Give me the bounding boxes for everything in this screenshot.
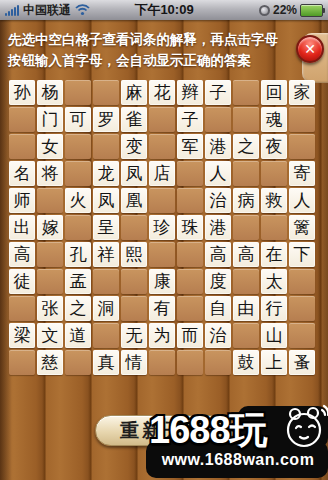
grid-cell-letter[interactable]: 龙 bbox=[93, 161, 119, 186]
grid-cell-letter[interactable]: 太 bbox=[261, 269, 287, 294]
grid-cell-blocked bbox=[65, 161, 91, 186]
status-bar: 中国联通 下午10:09 22% bbox=[0, 0, 328, 20]
grid-cell-letter[interactable]: 治 bbox=[205, 188, 231, 213]
grid-cell-blocked bbox=[233, 323, 259, 348]
grid-cell-blocked bbox=[149, 350, 175, 375]
grid-cell-blocked bbox=[149, 188, 175, 213]
watermark-brand-text: 1688玩 bbox=[149, 405, 269, 456]
grid-cell-blocked bbox=[149, 134, 175, 159]
grid-cell-letter[interactable]: 人 bbox=[289, 188, 315, 213]
grid-cell-letter[interactable]: 之 bbox=[233, 134, 259, 159]
grid-cell-letter[interactable]: 女 bbox=[37, 134, 63, 159]
grid-cell-blocked bbox=[233, 80, 259, 105]
grid-cell-blocked bbox=[233, 161, 259, 186]
grid-cell-letter[interactable]: 师 bbox=[9, 188, 35, 213]
grid-cell-letter[interactable]: 罗 bbox=[93, 107, 119, 132]
close-icon: ✕ bbox=[304, 41, 316, 57]
grid-cell-letter[interactable]: 慈 bbox=[37, 350, 63, 375]
grid-cell-blocked bbox=[289, 134, 315, 159]
grid-cell-letter[interactable]: 高 bbox=[205, 242, 231, 267]
grid-cell-letter[interactable]: 下 bbox=[289, 242, 315, 267]
grid-cell-blocked bbox=[93, 323, 119, 348]
grid-cell-blocked bbox=[37, 242, 63, 267]
grid-cell-letter[interactable]: 夜 bbox=[261, 134, 287, 159]
grid-cell-blocked bbox=[177, 161, 203, 186]
grid-cell-letter[interactable]: 珍 bbox=[149, 215, 175, 240]
grid-cell-letter[interactable]: 出 bbox=[9, 215, 35, 240]
grid-cell-letter[interactable]: 熙 bbox=[121, 242, 147, 267]
rotation-lock-icon bbox=[259, 5, 270, 16]
grid-cell-letter[interactable]: 鼓 bbox=[233, 350, 259, 375]
grid-cell-blocked bbox=[37, 269, 63, 294]
grid-cell-blocked bbox=[233, 215, 259, 240]
grid-cell-letter[interactable]: 梁 bbox=[9, 323, 35, 348]
grid-cell-letter[interactable]: 张 bbox=[37, 296, 63, 321]
grid-cell-letter[interactable]: 花 bbox=[149, 80, 175, 105]
grid-cell-blocked bbox=[177, 188, 203, 213]
grid-cell-blocked bbox=[121, 296, 147, 321]
grid-cell-letter[interactable]: 杨 bbox=[37, 80, 63, 105]
grid-cell-blocked bbox=[37, 188, 63, 213]
grid-cell-letter[interactable]: 情 bbox=[121, 350, 147, 375]
grid-cell-letter[interactable]: 自 bbox=[205, 296, 231, 321]
grid-cell-blocked bbox=[205, 107, 231, 132]
grid-cell-letter[interactable]: 道 bbox=[65, 323, 91, 348]
grid-cell-letter[interactable]: 寄 bbox=[289, 161, 315, 186]
grid-cell-blocked bbox=[289, 323, 315, 348]
grid-cell-letter[interactable]: 港 bbox=[205, 134, 231, 159]
grid-cell-letter[interactable]: 可 bbox=[65, 107, 91, 132]
grid-cell-letter[interactable]: 蚤 bbox=[289, 350, 315, 375]
grid-cell-letter[interactable]: 辫 bbox=[177, 80, 203, 105]
grid-cell-letter[interactable]: 店 bbox=[149, 161, 175, 186]
grid-cell-letter[interactable]: 魂 bbox=[261, 107, 287, 132]
grid-cell-blocked bbox=[9, 107, 35, 132]
grid-cell-letter[interactable]: 高 bbox=[9, 242, 35, 267]
grid-cell-letter[interactable]: 无 bbox=[121, 323, 147, 348]
grid-cell-blocked bbox=[289, 296, 315, 321]
grid-cell-letter[interactable]: 军 bbox=[177, 134, 203, 159]
grid-cell-letter[interactable]: 凰 bbox=[121, 188, 147, 213]
grid-cell-blocked bbox=[121, 215, 147, 240]
battery-icon bbox=[300, 4, 323, 17]
grid-cell-letter[interactable]: 在 bbox=[261, 242, 287, 267]
grid-cell-letter[interactable]: 孙 bbox=[9, 80, 35, 105]
grid-cell-blocked bbox=[205, 350, 231, 375]
grid-cell-blocked bbox=[65, 80, 91, 105]
grid-cell-blocked bbox=[261, 161, 287, 186]
grid-cell-letter[interactable]: 回 bbox=[261, 80, 287, 105]
grid-cell-letter[interactable]: 孔 bbox=[65, 242, 91, 267]
grid-cell-blocked bbox=[289, 107, 315, 132]
grid-cell-letter[interactable]: 呈 bbox=[93, 215, 119, 240]
grid-cell-letter[interactable]: 火 bbox=[65, 188, 91, 213]
grid-cell-letter[interactable]: 变 bbox=[121, 134, 147, 159]
grid-cell-blocked bbox=[149, 242, 175, 267]
grid-cell-letter[interactable]: 凤 bbox=[93, 188, 119, 213]
panda-logo-icon bbox=[282, 404, 328, 452]
grid-cell-blocked bbox=[177, 350, 203, 375]
battery-percent-label: 22% bbox=[273, 3, 297, 17]
grid-cell-blocked bbox=[289, 269, 315, 294]
app-screen: 中国联通 下午10:09 22% 先选中空白格子查看词条的解释，再点击字母 按钮… bbox=[0, 0, 328, 480]
grid-cell-letter[interactable]: 孟 bbox=[65, 269, 91, 294]
grid-cell-letter[interactable]: 治 bbox=[205, 323, 231, 348]
grid-cell-letter[interactable]: 度 bbox=[205, 269, 231, 294]
grid-cell-letter[interactable]: 祥 bbox=[93, 242, 119, 267]
grid-cell-blocked bbox=[121, 269, 147, 294]
grid-cell-letter[interactable]: 珠 bbox=[177, 215, 203, 240]
grid-cell-blocked bbox=[177, 269, 203, 294]
grid-cell-letter[interactable]: 由 bbox=[233, 296, 259, 321]
grid-cell-letter[interactable]: 篱 bbox=[289, 215, 315, 240]
grid-cell-letter[interactable]: 子 bbox=[177, 107, 203, 132]
grid-cell-letter[interactable]: 而 bbox=[177, 323, 203, 348]
grid-cell-letter[interactable]: 名 bbox=[9, 161, 35, 186]
close-button[interactable]: ✕ bbox=[296, 35, 324, 63]
grid-cell-letter[interactable]: 雀 bbox=[121, 107, 147, 132]
instructions-line1: 先选中空白格子查看词条的解释，再点击字母 bbox=[8, 29, 304, 50]
grid-cell-letter[interactable]: 将 bbox=[37, 161, 63, 186]
grid-cell-blocked bbox=[93, 269, 119, 294]
grid-cell-blocked bbox=[233, 107, 259, 132]
grid-cell-letter[interactable]: 上 bbox=[261, 350, 287, 375]
grid-cell-letter[interactable]: 有 bbox=[149, 296, 175, 321]
grid-cell-letter[interactable]: 凤 bbox=[121, 161, 147, 186]
grid-cell-blocked bbox=[65, 134, 91, 159]
grid-cell-blocked bbox=[93, 134, 119, 159]
grid-cell-letter[interactable]: 港 bbox=[205, 215, 231, 240]
grid-cell-letter[interactable]: 洞 bbox=[93, 296, 119, 321]
grid-cell-letter[interactable]: 山 bbox=[261, 323, 287, 348]
grid-cell-blocked bbox=[261, 215, 287, 240]
crossword-grid: 孙杨麻花辫子回家门可罗雀子魂女变军港之夜名将龙凤店人寄师火凤凰治病救人出嫁呈珍珠… bbox=[9, 80, 315, 375]
instructions-text: 先选中空白格子查看词条的解释，再点击字母 按钮输入首字母，会自动显示正确的答案 bbox=[8, 29, 304, 71]
grid-cell-blocked bbox=[65, 350, 91, 375]
grid-cell-letter[interactable]: 为 bbox=[149, 323, 175, 348]
instructions-line2: 按钮输入首字母，会自动显示正确的答案 bbox=[8, 50, 304, 71]
grid-cell-letter[interactable]: 子 bbox=[205, 80, 231, 105]
grid-cell-letter[interactable]: 真 bbox=[93, 350, 119, 375]
grid-cell-blocked bbox=[9, 134, 35, 159]
grid-cell-letter[interactable]: 人 bbox=[205, 161, 231, 186]
grid-cell-letter[interactable]: 门 bbox=[37, 107, 63, 132]
grid-cell-letter[interactable]: 嫁 bbox=[37, 215, 63, 240]
grid-cell-letter[interactable]: 麻 bbox=[121, 80, 147, 105]
grid-cell-blocked bbox=[9, 296, 35, 321]
grid-cell-letter[interactable]: 之 bbox=[65, 296, 91, 321]
grid-cell-letter[interactable]: 行 bbox=[261, 296, 287, 321]
grid-cell-letter[interactable]: 高 bbox=[233, 242, 259, 267]
grid-cell-blocked bbox=[149, 107, 175, 132]
grid-cell-letter[interactable]: 康 bbox=[149, 269, 175, 294]
grid-cell-blocked bbox=[233, 269, 259, 294]
grid-cell-letter[interactable]: 病 bbox=[233, 188, 259, 213]
grid-cell-blocked bbox=[65, 215, 91, 240]
grid-cell-letter[interactable]: 家 bbox=[289, 80, 315, 105]
grid-cell-letter[interactable]: 徒 bbox=[9, 269, 35, 294]
grid-cell-blocked bbox=[9, 350, 35, 375]
grid-cell-blocked bbox=[177, 296, 203, 321]
grid-cell-letter[interactable]: 文 bbox=[37, 323, 63, 348]
watermark-url: www.1688wan.com bbox=[150, 451, 326, 469]
grid-cell-blocked bbox=[177, 242, 203, 267]
grid-cell-letter[interactable]: 救 bbox=[261, 188, 287, 213]
grid-cell-blocked bbox=[93, 80, 119, 105]
